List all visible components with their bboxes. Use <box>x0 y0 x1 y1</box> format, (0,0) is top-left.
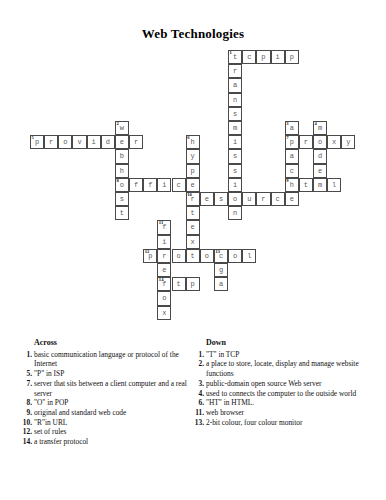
cell-r9c11[interactable]: e <box>186 178 200 192</box>
cell-r15c9[interactable]: e <box>157 263 171 277</box>
cell-r10c13[interactable]: s <box>214 192 228 206</box>
across-clue-10: 10."R"in URL <box>20 418 192 428</box>
cell-letter: h <box>116 165 128 178</box>
crossword-grid: 1tcpiprans2wm3a4m5provider6hi7proxybysad… <box>30 50 356 320</box>
cell-r17c9[interactable]: o <box>157 291 171 305</box>
cell-letter: s <box>229 165 241 178</box>
cell-letter: s <box>215 193 227 206</box>
cell-r6c21[interactable]: x <box>327 135 341 149</box>
cell-number: 5 <box>32 136 34 141</box>
down-clue-13: 13.2-bit colour, four colour monitor <box>192 418 382 428</box>
cell-r8c20[interactable]: e <box>313 164 327 178</box>
cell-r10c17[interactable]: c <box>271 192 285 206</box>
across-clue-9: 9.original and standard web code <box>20 408 192 418</box>
clue-number: 4. <box>192 389 204 399</box>
cell-number: 4 <box>315 122 317 127</box>
cell-r6c5[interactable]: d <box>101 135 115 149</box>
cell-letter: x <box>158 307 170 320</box>
cell-letter: o <box>229 193 241 206</box>
cell-letter: o <box>59 136 71 149</box>
cell-letter: e <box>286 193 298 206</box>
cell-r9c6[interactable]: 8o <box>115 178 129 192</box>
cell-letter: p <box>187 278 199 291</box>
cell-letter: i <box>272 51 284 64</box>
cell-letter: a <box>286 150 298 163</box>
cell-r5c14[interactable]: m <box>228 121 242 135</box>
cell-r6c18[interactable]: 7p <box>285 135 299 149</box>
cell-letter: p <box>286 51 298 64</box>
cell-r14c13[interactable]: 13c <box>214 249 228 263</box>
cell-r8c18[interactable]: c <box>285 164 299 178</box>
cell-r6c22[interactable]: y <box>341 135 355 149</box>
across-clue-14: 14.a transfer protocol <box>20 437 192 447</box>
cell-letter: e <box>116 136 128 149</box>
cell-number: 1 <box>230 51 232 56</box>
cell-number: 13 <box>215 250 220 255</box>
cell-r6c3[interactable]: v <box>72 135 86 149</box>
cell-letter: f <box>144 179 156 192</box>
cell-letter: v <box>73 136 85 149</box>
cell-r0c18[interactable]: p <box>285 50 299 64</box>
cell-number: 9 <box>286 179 288 184</box>
cell-r16c10[interactable]: t <box>172 277 186 291</box>
cell-letter: o <box>314 136 326 149</box>
cell-number: 12 <box>145 250 150 255</box>
cell-r15c13[interactable]: g <box>214 263 228 277</box>
cell-r5c6[interactable]: 2w <box>115 121 129 135</box>
cell-r14c9[interactable]: r <box>157 249 171 263</box>
cell-r12c9[interactable]: 11f <box>157 220 171 234</box>
cell-r8c11[interactable]: p <box>186 164 200 178</box>
cell-letter: p <box>187 165 199 178</box>
cell-letter: t <box>187 250 199 263</box>
cell-r8c6[interactable]: h <box>115 164 129 178</box>
across-clue-8: 8."O" in POP <box>20 398 192 408</box>
cell-letter: a <box>215 278 227 291</box>
cell-r10c6[interactable]: s <box>115 192 129 206</box>
down-clue-4: 4.used to connects the computer to the o… <box>192 389 382 399</box>
across-header: Across <box>34 338 192 348</box>
cell-letter: s <box>116 193 128 206</box>
cell-r7c14[interactable]: s <box>228 149 242 163</box>
cell-letter: p <box>257 51 269 64</box>
cell-letter: r <box>45 136 57 149</box>
cell-letter: b <box>116 150 128 163</box>
cell-letter: m <box>229 122 241 135</box>
cell-letter: r <box>257 193 269 206</box>
cell-letter: c <box>243 51 255 64</box>
cell-letter: n <box>229 94 241 107</box>
cell-r10c11[interactable]: 10r <box>186 192 200 206</box>
clue-number: 9. <box>20 408 32 418</box>
cell-r13c11[interactable]: x <box>186 235 200 249</box>
across-clue-1: 1.basic communication language or protoc… <box>20 350 192 369</box>
cell-letter: e <box>187 179 199 192</box>
cell-letter: e <box>187 221 199 234</box>
cell-letter: y <box>187 150 199 163</box>
cell-r6c19[interactable]: r <box>299 135 313 149</box>
cell-r9c10[interactable]: c <box>172 178 186 192</box>
cell-letter: e <box>201 193 213 206</box>
cell-r10c16[interactable]: r <box>256 192 270 206</box>
cell-letter: o <box>229 250 241 263</box>
cell-letter: g <box>215 264 227 277</box>
cell-r0c14[interactable]: 1t <box>228 50 242 64</box>
cell-letter: c <box>272 193 284 206</box>
cell-letter: c <box>173 179 185 192</box>
cell-r4c14[interactable]: s <box>228 107 242 121</box>
cell-number: 8 <box>116 179 118 184</box>
clue-number: 11. <box>192 408 204 418</box>
cell-letter: t <box>300 179 312 192</box>
cell-r12c11[interactable]: e <box>186 220 200 234</box>
cell-letter: i <box>88 136 100 149</box>
cell-r11c6[interactable]: t <box>115 206 129 220</box>
cell-number: 3 <box>286 122 288 127</box>
cell-r2c14[interactable]: a <box>228 78 242 92</box>
cell-letter: x <box>187 236 199 249</box>
clue-number: 7. <box>20 379 32 389</box>
cell-r6c2[interactable]: o <box>58 135 72 149</box>
clue-number: 1. <box>192 350 204 360</box>
cell-letter: o <box>201 250 213 263</box>
cell-letter: d <box>102 136 114 149</box>
cell-letter: o <box>173 250 185 263</box>
cell-letter: f <box>130 179 142 192</box>
clue-number: 5. <box>20 369 32 379</box>
cell-r5c20[interactable]: 4m <box>313 121 327 135</box>
cell-r10c15[interactable]: u <box>242 192 256 206</box>
cell-r16c9[interactable]: 14f <box>157 277 171 291</box>
cell-r3c14[interactable]: n <box>228 93 242 107</box>
cell-r6c0[interactable]: 5p <box>30 135 44 149</box>
clue-number: 8. <box>20 398 32 408</box>
cell-r10c14[interactable]: o <box>228 192 242 206</box>
cell-r0c17[interactable]: i <box>271 50 285 64</box>
cell-r6c4[interactable]: i <box>87 135 101 149</box>
cell-r6c7[interactable]: r <box>129 135 143 149</box>
down-header: Down <box>206 338 382 348</box>
crossword-worksheet: Web Technologies 1tcpiprans2wm3a4m5provi… <box>0 0 386 500</box>
cell-r11c11[interactable]: t <box>186 206 200 220</box>
cell-r9c19[interactable]: t <box>299 178 313 192</box>
cell-letter: r <box>300 136 312 149</box>
cell-r10c12[interactable]: e <box>200 192 214 206</box>
clue-number: 12. <box>20 427 32 437</box>
cell-r6c11[interactable]: 6h <box>186 135 200 149</box>
cell-number: 2 <box>116 122 118 127</box>
across-clue-list: 1.basic communication language or protoc… <box>20 350 192 447</box>
cell-letter: l <box>328 179 340 192</box>
across-clues-column: Across 1.basic communication language or… <box>20 338 192 447</box>
cell-r11c14[interactable]: n <box>228 206 242 220</box>
clue-number: 1. <box>20 350 32 360</box>
cell-r18c9[interactable]: x <box>157 306 171 320</box>
cell-r9c18[interactable]: 9h <box>285 178 299 192</box>
down-clue-6: 6."HT" in HTML. <box>192 398 382 408</box>
cell-r1c14[interactable]: r <box>228 64 242 78</box>
cell-r7c11[interactable]: y <box>186 149 200 163</box>
cell-letter: i <box>158 179 170 192</box>
cell-r6c1[interactable]: r <box>44 135 58 149</box>
cell-letter: r <box>229 65 241 78</box>
clue-number: 14. <box>20 437 32 447</box>
cell-r6c14[interactable]: i <box>228 135 242 149</box>
cell-r16c13[interactable]: a <box>214 277 228 291</box>
cell-r14c8[interactable]: 12p <box>143 249 157 263</box>
cell-letter: a <box>229 79 241 92</box>
clue-number: 3. <box>192 379 204 389</box>
cell-letter: l <box>243 250 255 263</box>
cell-r9c20[interactable]: m <box>313 178 327 192</box>
cell-letter: s <box>229 108 241 121</box>
cell-r7c20[interactable]: d <box>313 149 327 163</box>
down-clue-list: 1."T" in TCP2.a place to store, locate, … <box>192 350 382 428</box>
cell-letter: x <box>328 136 340 149</box>
cell-r14c10[interactable]: o <box>172 249 186 263</box>
cell-r8c14[interactable]: s <box>228 164 242 178</box>
cell-letter: o <box>158 292 170 305</box>
cell-letter: e <box>314 165 326 178</box>
down-clue-11: 11.web browser <box>192 408 382 418</box>
cell-r9c8[interactable]: f <box>143 178 157 192</box>
cell-number: 14 <box>159 278 164 283</box>
cell-r5c18[interactable]: 3a <box>285 121 299 135</box>
cell-r9c21[interactable]: l <box>327 178 341 192</box>
clue-number: 13. <box>192 418 204 428</box>
cell-r9c9[interactable]: i <box>157 178 171 192</box>
cell-letter: m <box>314 179 326 192</box>
cell-r9c14[interactable]: i <box>228 178 242 192</box>
cell-r7c18[interactable]: a <box>285 149 299 163</box>
cell-number: 10 <box>187 193 192 198</box>
across-clue-12: 12.set of rules <box>20 427 192 437</box>
cell-letter: i <box>229 136 241 149</box>
cell-number: 11 <box>159 221 163 226</box>
cell-r9c7[interactable]: f <box>129 178 143 192</box>
cell-r14c12[interactable]: o <box>200 249 214 263</box>
cell-letter: t <box>173 278 185 291</box>
cell-r14c15[interactable]: l <box>242 249 256 263</box>
cell-r10c18[interactable]: e <box>285 192 299 206</box>
cell-number: 6 <box>187 136 189 141</box>
cell-letter: c <box>286 165 298 178</box>
cell-r16c11[interactable]: p <box>186 277 200 291</box>
cell-letter: u <box>243 193 255 206</box>
cell-letter: d <box>314 150 326 163</box>
cell-r0c15[interactable]: c <box>242 50 256 64</box>
cell-letter: r <box>158 250 170 263</box>
cell-r14c11[interactable]: t <box>186 249 200 263</box>
cell-r0c16[interactable]: p <box>256 50 270 64</box>
down-clues-column: Down 1."T" in TCP2.a place to store, loc… <box>192 338 382 427</box>
cell-letter: e <box>158 264 170 277</box>
cell-r14c14[interactable]: o <box>228 249 242 263</box>
cell-r6c6[interactable]: e <box>115 135 129 149</box>
cell-letter: r <box>130 136 142 149</box>
cell-letter: s <box>229 150 241 163</box>
cell-r7c6[interactable]: b <box>115 149 129 163</box>
down-clue-1: 1."T" in TCP <box>192 350 382 360</box>
cell-letter: i <box>229 179 241 192</box>
down-clue-3: 3.public-domain open source Web server <box>192 379 382 389</box>
cell-letter: t <box>116 207 128 220</box>
cell-r13c9[interactable]: i <box>157 235 171 249</box>
cell-letter: t <box>187 207 199 220</box>
cell-letter: y <box>342 136 354 149</box>
clue-number: 2. <box>192 359 204 369</box>
cell-number: 7 <box>286 136 288 141</box>
cell-letter: i <box>158 236 170 249</box>
clue-number: 6. <box>192 398 204 408</box>
cell-letter: n <box>229 207 241 220</box>
clue-number: 10. <box>20 418 32 428</box>
cell-r6c20[interactable]: o <box>313 135 327 149</box>
down-clue-2: 2.a place to store, locate, display and … <box>192 359 382 378</box>
across-clue-7: 7.server that sits between a client comp… <box>20 379 192 398</box>
puzzle-title: Web Technologies <box>0 26 386 42</box>
across-clue-5: 5."P" in ISP <box>20 369 192 379</box>
